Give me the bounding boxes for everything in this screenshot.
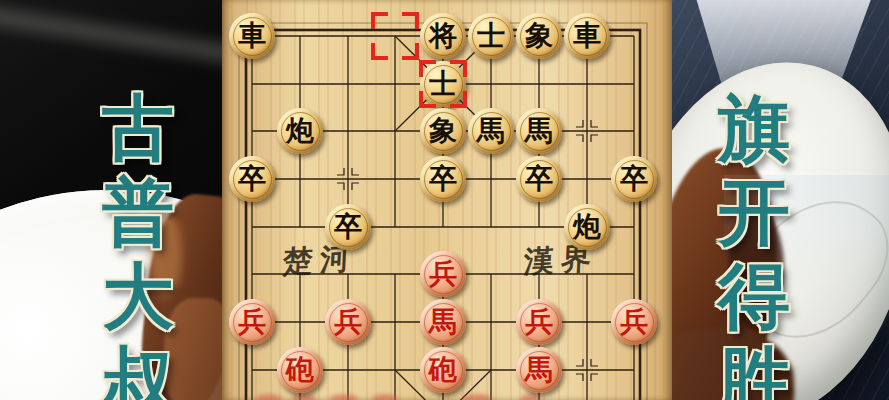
piece-砲-red[interactable]: 砲 [420, 347, 466, 393]
right-caption: 旗 开 得 胜 [712, 86, 796, 400]
piece-glyph: 車 [573, 17, 601, 55]
piece-glyph: 砲 [429, 351, 457, 389]
left-caption-char-3: 大 [102, 254, 174, 338]
piece-象-black[interactable]: 象 [420, 108, 466, 154]
piece-兵-red[interactable]: 兵 [325, 299, 371, 345]
piece-炮-black[interactable]: 炮 [277, 108, 323, 154]
piece-馬-black[interactable]: 馬 [516, 108, 562, 154]
piece-馬-black[interactable]: 馬 [468, 108, 514, 154]
right-caption-char-2: 开 [718, 170, 790, 254]
piece-象-black[interactable]: 象 [516, 13, 562, 59]
piece-炮-black[interactable]: 炮 [564, 204, 610, 250]
right-caption-char-4: 胜 [718, 338, 790, 400]
piece-兵-red[interactable]: 兵 [611, 299, 657, 345]
cutoff-piece-sliver [256, 394, 282, 400]
xiangqi-board[interactable]: 楚河 漢界 車将士象車士炮象馬馬卒卒卒卒卒炮兵兵兵馬兵兵砲砲馬 [222, 0, 672, 400]
piece-砲-red[interactable]: 砲 [277, 347, 323, 393]
piece-車-black[interactable]: 車 [564, 13, 610, 59]
piece-glyph: 兵 [334, 303, 362, 341]
piece-卒-black[interactable]: 卒 [611, 156, 657, 202]
piece-glyph: 将 [429, 17, 457, 55]
piece-卒-black[interactable]: 卒 [229, 156, 275, 202]
piece-glyph: 砲 [286, 351, 314, 389]
left-caption-char-4: 叔 [102, 338, 174, 400]
cutoff-piece-sliver [520, 394, 540, 400]
piece-glyph: 卒 [238, 160, 266, 198]
piece-glyph: 士 [429, 65, 457, 103]
left-caption-char-1: 古 [102, 86, 174, 170]
piece-glyph: 卒 [429, 160, 457, 198]
piece-車-black[interactable]: 車 [229, 13, 275, 59]
piece-卒-black[interactable]: 卒 [516, 156, 562, 202]
piece-兵-red[interactable]: 兵 [516, 299, 562, 345]
piece-卒-black[interactable]: 卒 [325, 204, 371, 250]
piece-glyph: 車 [238, 17, 266, 55]
piece-glyph: 兵 [525, 303, 553, 341]
piece-glyph: 士 [477, 17, 505, 55]
piece-glyph: 象 [429, 112, 457, 150]
piece-士-black[interactable]: 士 [420, 61, 466, 107]
cutoff-piece-sliver [372, 394, 398, 400]
cutoff-piece-sliver [292, 394, 316, 400]
piece-卒-black[interactable]: 卒 [420, 156, 466, 202]
right-caption-char-3: 得 [718, 254, 790, 338]
piece-glyph: 卒 [620, 160, 648, 198]
piece-glyph: 兵 [620, 303, 648, 341]
screenshot-root: 古 普 大 叔 旗 开 得 胜 [0, 0, 889, 400]
piece-glyph: 象 [525, 17, 553, 55]
right-caption-char-1: 旗 [718, 86, 790, 170]
piece-士-black[interactable]: 士 [468, 13, 514, 59]
piece-glyph: 馬 [429, 303, 457, 341]
left-caption: 古 普 大 叔 [96, 86, 180, 400]
cutoff-piece-sliver [330, 394, 358, 400]
piece-glyph: 馬 [525, 112, 553, 150]
piece-glyph: 炮 [573, 208, 601, 246]
piece-将-black[interactable]: 将 [420, 13, 466, 59]
piece-馬-red[interactable]: 馬 [420, 299, 466, 345]
piece-glyph: 馬 [477, 112, 505, 150]
piece-glyph: 馬 [525, 351, 553, 389]
cutoff-piece-sliver [462, 394, 492, 400]
piece-glyph: 兵 [429, 255, 457, 293]
piece-兵-red[interactable]: 兵 [229, 299, 275, 345]
table-edge-highlight [0, 0, 222, 73]
piece-glyph: 卒 [334, 208, 362, 246]
piece-glyph: 兵 [238, 303, 266, 341]
piece-glyph: 炮 [286, 112, 314, 150]
piece-馬-red[interactable]: 馬 [516, 347, 562, 393]
left-caption-char-2: 普 [102, 170, 174, 254]
piece-glyph: 卒 [525, 160, 553, 198]
piece-兵-red[interactable]: 兵 [420, 251, 466, 297]
